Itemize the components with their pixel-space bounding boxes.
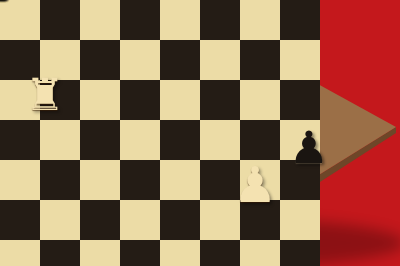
square-a2	[0, 240, 40, 266]
square-f7	[200, 40, 240, 80]
square-c2	[80, 240, 120, 266]
square-a8	[0, 0, 40, 40]
square-b3	[40, 200, 80, 240]
square-c7	[80, 40, 120, 80]
square-c5	[80, 120, 120, 160]
square-b7	[40, 40, 80, 80]
square-f4	[200, 160, 240, 200]
square-e5	[160, 120, 200, 160]
square-d3	[120, 200, 160, 240]
square-a4	[0, 160, 40, 200]
square-g8	[240, 0, 280, 40]
square-d6	[120, 80, 160, 120]
square-d8	[120, 0, 160, 40]
square-e3	[160, 200, 200, 240]
square-h2	[280, 240, 320, 266]
square-b6	[40, 80, 80, 120]
square-f6	[200, 80, 240, 120]
square-f8	[200, 0, 240, 40]
square-a3	[0, 200, 40, 240]
square-b2	[40, 240, 80, 266]
square-c6	[80, 80, 120, 120]
chess-board	[0, 0, 320, 266]
square-g6	[240, 80, 280, 120]
square-a7	[0, 40, 40, 80]
square-g3	[240, 200, 280, 240]
square-e8	[160, 0, 200, 40]
square-d4	[120, 160, 160, 200]
square-h4	[280, 160, 320, 200]
square-c3	[80, 200, 120, 240]
square-e7	[160, 40, 200, 80]
square-h8	[280, 0, 320, 40]
square-f2	[200, 240, 240, 266]
square-g7	[240, 40, 280, 80]
square-h7	[280, 40, 320, 80]
square-c4	[80, 160, 120, 200]
square-g2	[240, 240, 280, 266]
square-b8	[40, 0, 80, 40]
square-a5	[0, 120, 40, 160]
square-e6	[160, 80, 200, 120]
square-e4	[160, 160, 200, 200]
square-e2	[160, 240, 200, 266]
square-h3	[280, 200, 320, 240]
square-b5	[40, 120, 80, 160]
square-f3	[200, 200, 240, 240]
square-c8	[80, 0, 120, 40]
square-h6	[280, 80, 320, 120]
square-a6	[0, 80, 40, 120]
square-d7	[120, 40, 160, 80]
square-g4	[240, 160, 280, 200]
square-d5	[120, 120, 160, 160]
square-g5	[240, 120, 280, 160]
square-b4	[40, 160, 80, 200]
square-f5	[200, 120, 240, 160]
square-d2	[120, 240, 160, 266]
chess-photo-scene: ♜♜♝♚♟♟♟♟♟♟♟♞♞♟♛♟♝♟♟♟♞♟♟♜♜♟♟	[0, 0, 400, 266]
square-h5	[280, 120, 320, 160]
